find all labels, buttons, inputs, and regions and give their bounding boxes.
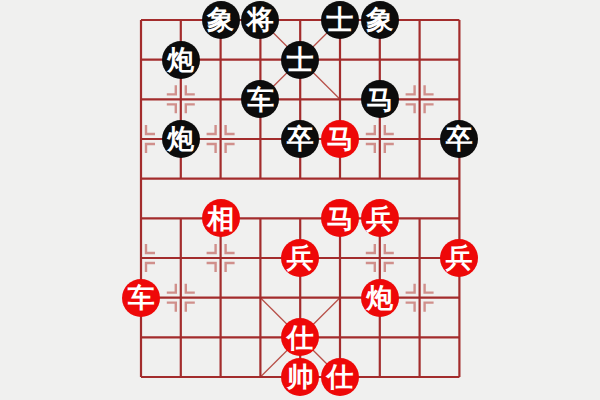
piece-red-soldier[interactable]: 兵 bbox=[361, 199, 399, 237]
piece-black-soldier[interactable]: 卒 bbox=[281, 120, 319, 158]
piece-black-general[interactable]: 将 bbox=[241, 1, 279, 39]
piece-black-soldier[interactable]: 卒 bbox=[440, 120, 478, 158]
piece-red-soldier[interactable]: 兵 bbox=[281, 239, 319, 277]
piece-black-advisor[interactable]: 士 bbox=[281, 41, 319, 79]
piece-black-advisor[interactable]: 士 bbox=[321, 1, 359, 39]
piece-red-advisor[interactable]: 仕 bbox=[281, 318, 319, 356]
piece-red-advisor[interactable]: 仕 bbox=[321, 358, 359, 396]
piece-black-elephant[interactable]: 象 bbox=[361, 1, 399, 39]
piece-black-cannon[interactable]: 炮 bbox=[162, 120, 200, 158]
screen-background: 象将士象炮士车马炮卒马卒相马兵兵兵车炮仕帅仕 bbox=[0, 0, 600, 400]
piece-red-soldier[interactable]: 兵 bbox=[440, 239, 478, 277]
piece-black-cannon[interactable]: 炮 bbox=[162, 41, 200, 79]
pieces-layer: 象将士象炮士车马炮卒马卒相马兵兵兵车炮仕帅仕 bbox=[121, 0, 479, 397]
piece-red-cannon[interactable]: 炮 bbox=[361, 279, 399, 317]
piece-red-general[interactable]: 帅 bbox=[281, 358, 319, 396]
piece-black-chariot[interactable]: 车 bbox=[241, 80, 279, 118]
piece-black-horse[interactable]: 马 bbox=[361, 80, 399, 118]
piece-red-elephant[interactable]: 相 bbox=[202, 199, 240, 237]
piece-black-elephant[interactable]: 象 bbox=[202, 1, 240, 39]
piece-red-chariot[interactable]: 车 bbox=[122, 279, 160, 317]
piece-red-horse[interactable]: 马 bbox=[321, 199, 359, 237]
piece-red-horse[interactable]: 马 bbox=[321, 120, 359, 158]
